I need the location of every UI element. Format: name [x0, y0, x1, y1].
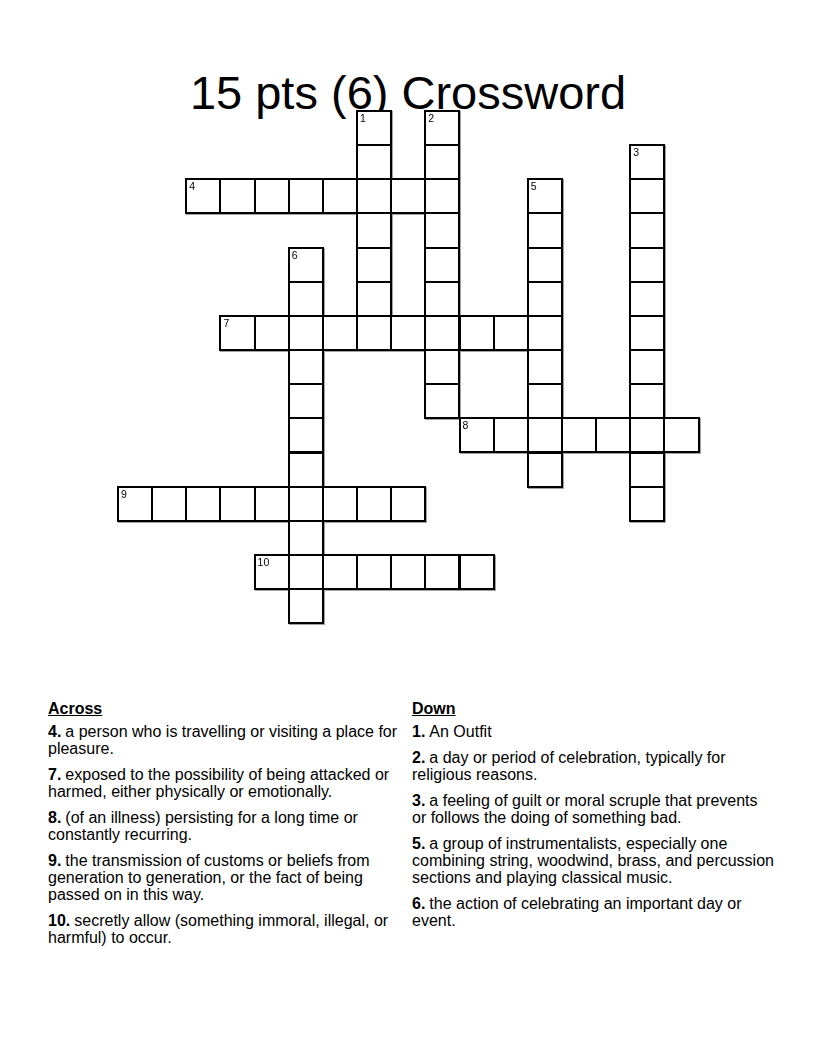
grid-cell[interactable] — [356, 281, 392, 317]
grid-cell[interactable] — [527, 349, 563, 385]
across-clue-10: 10.secretly allow (something immoral, il… — [48, 912, 404, 946]
cell-number-label: 10 — [258, 556, 270, 568]
grid-cell[interactable] — [527, 315, 563, 351]
grid-cell[interactable] — [629, 315, 665, 351]
cell-number-label: 1 — [360, 112, 366, 124]
grid-cell[interactable] — [219, 178, 255, 214]
clue-text: the transmission of customs or beliefs f… — [48, 852, 369, 903]
grid-cell[interactable] — [424, 349, 460, 385]
grid-cell[interactable] — [424, 554, 460, 590]
grid-cell[interactable]: 8 — [459, 417, 495, 453]
grid-cell[interactable] — [288, 588, 324, 624]
grid-cell[interactable] — [493, 315, 529, 351]
grid-cell[interactable] — [629, 417, 665, 453]
clue-number: 7. — [48, 766, 61, 783]
cell-number-label: 7 — [223, 317, 229, 329]
grid-cell[interactable] — [424, 178, 460, 214]
cell-number-label: 5 — [531, 180, 537, 192]
grid-cell[interactable] — [424, 247, 460, 283]
clue-number: 3. — [412, 792, 425, 809]
clue-number: 1. — [412, 723, 425, 740]
clue-text: (of an illness) persisting for a long ti… — [48, 809, 358, 843]
across-clue-7: 7.exposed to the possibility of being at… — [48, 766, 404, 800]
cell-number-label: 6 — [292, 249, 298, 261]
grid-cell[interactable]: 7 — [219, 315, 255, 351]
grid-cell[interactable] — [356, 247, 392, 283]
grid-cell[interactable] — [288, 281, 324, 317]
grid-cell[interactable] — [424, 212, 460, 248]
down-clue-2: 2.a day or period of celebration, typica… — [412, 749, 774, 783]
across-clue-8: 8.(of an illness) persisting for a long … — [48, 809, 404, 843]
grid-cell[interactable] — [288, 417, 324, 453]
across-heading: Across — [48, 700, 404, 718]
grid-cell[interactable] — [493, 417, 529, 453]
grid-cell[interactable] — [629, 349, 665, 385]
grid-cell[interactable] — [322, 554, 358, 590]
grid-cell[interactable] — [424, 383, 460, 419]
grid-cell[interactable] — [390, 486, 426, 522]
grid-cell[interactable] — [629, 281, 665, 317]
down-clue-5: 5.a group of instrumentalists, especiall… — [412, 835, 774, 886]
clue-text: An Outfit — [429, 723, 491, 740]
clue-number: 8. — [48, 809, 61, 826]
grid-cell[interactable]: 3 — [629, 144, 665, 180]
grid-cell[interactable] — [527, 247, 563, 283]
grid-cell[interactable] — [151, 486, 187, 522]
down-clue-3: 3.a feeling of guilt or moral scruple th… — [412, 792, 774, 826]
grid-cell[interactable] — [356, 315, 392, 351]
grid-cell[interactable] — [561, 417, 597, 453]
clue-number: 6. — [412, 895, 425, 912]
grid-cell[interactable] — [185, 486, 221, 522]
grid-cell[interactable] — [356, 144, 392, 180]
grid-cell[interactable]: 5 — [527, 178, 563, 214]
grid-cell[interactable] — [356, 554, 392, 590]
down-clue-1: 1.An Outfit — [412, 723, 774, 740]
grid-cell[interactable] — [288, 486, 324, 522]
grid-cell[interactable] — [629, 452, 665, 488]
grid-cell[interactable] — [254, 178, 290, 214]
grid-cell[interactable] — [629, 247, 665, 283]
grid-cell[interactable] — [390, 178, 426, 214]
grid-cell[interactable] — [527, 452, 563, 488]
grid-cell[interactable] — [288, 452, 324, 488]
down-clues-section: Down 1.An Outfit 2.a day or period of ce… — [412, 700, 774, 938]
grid-cell[interactable] — [288, 383, 324, 419]
clue-text: a group of instrumentalists, especially … — [412, 835, 774, 886]
clue-number: 2. — [412, 749, 425, 766]
clue-text: a person who is travelling or visiting a… — [48, 723, 397, 757]
grid-cell[interactable] — [322, 315, 358, 351]
clue-number: 9. — [48, 852, 61, 869]
grid-cell[interactable] — [527, 281, 563, 317]
grid-cell[interactable] — [288, 520, 324, 556]
clue-text: a day or period of celebration, typicall… — [412, 749, 726, 783]
grid-cell[interactable] — [356, 178, 392, 214]
clue-text: exposed to the possibility of being atta… — [48, 766, 389, 800]
grid-cell[interactable] — [629, 383, 665, 419]
clue-number: 5. — [412, 835, 425, 852]
grid-cell[interactable] — [356, 486, 392, 522]
grid-cell[interactable] — [254, 486, 290, 522]
grid-cell[interactable] — [219, 486, 255, 522]
grid-cell[interactable] — [390, 315, 426, 351]
grid-cell[interactable] — [322, 178, 358, 214]
grid-cell[interactable]: 1 — [356, 110, 392, 146]
down-clue-6: 6.the action of celebrating an important… — [412, 895, 774, 929]
grid-cell[interactable] — [459, 315, 495, 351]
grid-cell[interactable]: 10 — [254, 554, 290, 590]
grid-cell[interactable] — [629, 212, 665, 248]
down-heading: Down — [412, 700, 774, 718]
worksheet-page: 15 pts (6) Crossword 12345678910 Across … — [0, 0, 816, 1056]
grid-cell[interactable] — [288, 349, 324, 385]
grid-cell[interactable] — [424, 315, 460, 351]
grid-cell[interactable] — [527, 383, 563, 419]
grid-cell[interactable] — [663, 417, 699, 453]
cell-number-label: 3 — [633, 146, 639, 158]
across-clue-9: 9.the transmission of customs or beliefs… — [48, 852, 404, 903]
grid-cell[interactable] — [595, 417, 631, 453]
clue-text: a feeling of guilt or moral scruple that… — [412, 792, 758, 826]
grid-cell[interactable]: 9 — [117, 486, 153, 522]
grid-cell[interactable] — [527, 212, 563, 248]
grid-cell[interactable] — [356, 212, 392, 248]
grid-cell[interactable] — [322, 486, 358, 522]
crossword-board: 12345678910 — [117, 110, 702, 627]
grid-cell[interactable] — [459, 554, 495, 590]
cell-number-label: 9 — [121, 488, 127, 500]
clue-text: secretly allow (something immoral, illeg… — [48, 912, 388, 946]
grid-cell[interactable] — [629, 178, 665, 214]
clue-number: 10. — [48, 912, 70, 929]
clue-number: 4. — [48, 723, 61, 740]
grid-cell[interactable] — [629, 486, 665, 522]
grid-cell[interactable] — [254, 315, 290, 351]
grid-cell[interactable] — [288, 178, 324, 214]
cell-number-label: 2 — [428, 112, 434, 124]
cell-number-label: 4 — [189, 180, 195, 192]
grid-cell[interactable] — [424, 144, 460, 180]
grid-cell[interactable]: 2 — [424, 110, 460, 146]
grid-cell[interactable] — [288, 554, 324, 590]
cell-number-label: 8 — [463, 419, 469, 431]
grid-cell[interactable] — [288, 315, 324, 351]
grid-cell[interactable]: 6 — [288, 247, 324, 283]
clue-text: the action of celebrating an important d… — [412, 895, 742, 929]
grid-cell[interactable] — [424, 281, 460, 317]
across-clue-4: 4.a person who is travelling or visiting… — [48, 723, 404, 757]
across-clues-section: Across 4.a person who is travelling or v… — [48, 700, 404, 955]
grid-cell[interactable]: 4 — [185, 178, 221, 214]
grid-cell[interactable] — [527, 417, 563, 453]
grid-cell[interactable] — [390, 554, 426, 590]
